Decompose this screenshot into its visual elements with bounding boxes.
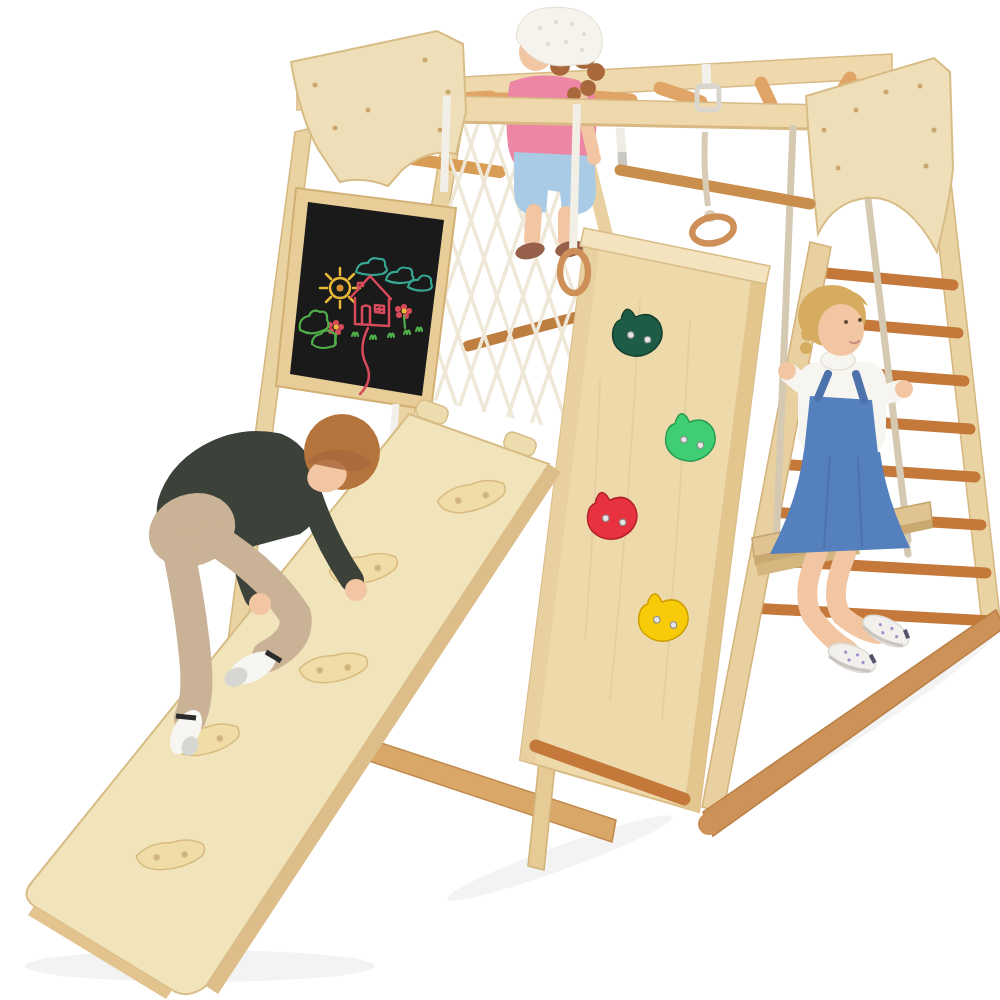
boy-hand-right [345,579,367,601]
girl-face [818,304,864,356]
right-base-rail-end [698,813,720,835]
chalk-sun-center [337,285,344,292]
boy-hand-left [249,593,271,615]
product-photo-wooden-jungle-gym: Three children playing on a natural-wood… [0,0,1000,1000]
girl-dress-bib [804,396,878,454]
girl-hand-right [895,380,913,398]
chalkboard [276,188,456,410]
ring-rope [704,132,708,206]
girl-hand-left [778,362,796,380]
ring-strap [573,104,577,252]
white-rope-upper [444,96,447,192]
short-strap-white [620,128,622,152]
playset-illustration: Three children playing on a natural-wood… [0,0,1000,1000]
toddler-hand [587,151,601,165]
